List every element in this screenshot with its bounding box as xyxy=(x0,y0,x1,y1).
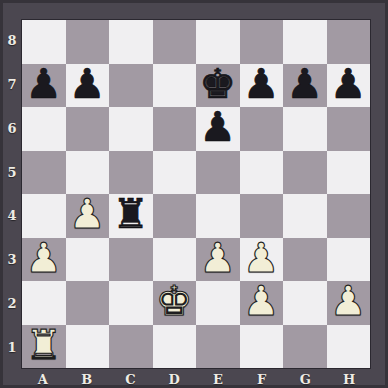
square-h2[interactable]: ♟ xyxy=(327,281,371,325)
square-g6[interactable] xyxy=(283,107,327,151)
square-g1[interactable] xyxy=(283,325,327,369)
file-label-d: D xyxy=(168,372,179,387)
square-c5[interactable] xyxy=(109,151,153,195)
square-g3[interactable] xyxy=(283,238,327,282)
file-labels: ABCDEFGH xyxy=(21,369,371,388)
square-b2[interactable] xyxy=(66,281,110,325)
piece-black-pawn-f7[interactable]: ♟ xyxy=(243,64,280,105)
square-h4[interactable] xyxy=(327,194,371,238)
square-c4[interactable]: ♜ xyxy=(109,194,153,238)
square-g2[interactable] xyxy=(283,281,327,325)
square-f6[interactable] xyxy=(240,107,284,151)
piece-white-rook-a1[interactable]: ♜ xyxy=(25,325,62,366)
piece-white-pawn-f2[interactable]: ♟ xyxy=(243,281,280,322)
square-d1[interactable] xyxy=(153,325,197,369)
square-e8[interactable] xyxy=(196,20,240,64)
rank-label-8: 8 xyxy=(7,33,16,48)
square-h6[interactable] xyxy=(327,107,371,151)
square-h1[interactable] xyxy=(327,325,371,369)
rank-label-3: 3 xyxy=(7,252,16,267)
piece-black-king-e7[interactable]: ♚ xyxy=(199,64,236,105)
square-b4[interactable]: ♟ xyxy=(66,194,110,238)
piece-white-pawn-f3[interactable]: ♟ xyxy=(243,238,280,279)
square-f2[interactable]: ♟ xyxy=(240,281,284,325)
square-a5[interactable] xyxy=(22,151,66,195)
piece-white-pawn-b4[interactable]: ♟ xyxy=(69,194,106,235)
square-c6[interactable] xyxy=(109,107,153,151)
square-f5[interactable] xyxy=(240,151,284,195)
square-e7[interactable]: ♚ xyxy=(196,64,240,108)
square-a8[interactable] xyxy=(22,20,66,64)
square-b1[interactable] xyxy=(66,325,110,369)
square-f4[interactable] xyxy=(240,194,284,238)
square-e1[interactable] xyxy=(196,325,240,369)
piece-black-pawn-a7[interactable]: ♟ xyxy=(25,64,62,105)
square-c8[interactable] xyxy=(109,20,153,64)
square-h8[interactable] xyxy=(327,20,371,64)
square-g4[interactable] xyxy=(283,194,327,238)
square-a1[interactable]: ♜ xyxy=(22,325,66,369)
piece-white-pawn-h2[interactable]: ♟ xyxy=(330,281,367,322)
piece-black-pawn-e6[interactable]: ♟ xyxy=(199,107,236,148)
rank-label-2: 2 xyxy=(7,296,16,311)
square-a6[interactable] xyxy=(22,107,66,151)
piece-white-king-d2[interactable]: ♚ xyxy=(156,281,193,322)
square-a2[interactable] xyxy=(22,281,66,325)
square-h5[interactable] xyxy=(327,151,371,195)
square-b8[interactable] xyxy=(66,20,110,64)
square-e6[interactable]: ♟ xyxy=(196,107,240,151)
square-a7[interactable]: ♟ xyxy=(22,64,66,108)
square-c7[interactable] xyxy=(109,64,153,108)
file-label-c: C xyxy=(125,372,135,387)
square-d3[interactable] xyxy=(153,238,197,282)
square-f1[interactable] xyxy=(240,325,284,369)
file-label-g: G xyxy=(300,372,311,387)
square-f8[interactable] xyxy=(240,20,284,64)
piece-white-pawn-a3[interactable]: ♟ xyxy=(25,238,62,279)
rank-label-6: 6 xyxy=(7,121,16,136)
square-e4[interactable] xyxy=(196,194,240,238)
square-c1[interactable] xyxy=(109,325,153,369)
square-a3[interactable]: ♟ xyxy=(22,238,66,282)
square-b5[interactable] xyxy=(66,151,110,195)
piece-black-rook-c4[interactable]: ♜ xyxy=(112,194,149,235)
square-d4[interactable] xyxy=(153,194,197,238)
rank-label-1: 1 xyxy=(7,340,16,355)
square-c3[interactable] xyxy=(109,238,153,282)
rank-label-4: 4 xyxy=(7,208,16,223)
square-g7[interactable]: ♟ xyxy=(283,64,327,108)
square-b3[interactable] xyxy=(66,238,110,282)
square-d5[interactable] xyxy=(153,151,197,195)
file-label-h: H xyxy=(343,372,355,387)
piece-black-pawn-h7[interactable]: ♟ xyxy=(330,64,367,105)
square-e5[interactable] xyxy=(196,151,240,195)
file-label-a: A xyxy=(38,372,48,387)
square-h3[interactable] xyxy=(327,238,371,282)
board-margin: 87654321 ABCDEFGH ♟♟♚♟♟♟♟♟♜♟♟♟♚♟♟♜ xyxy=(0,0,388,388)
square-d7[interactable] xyxy=(153,64,197,108)
square-g5[interactable] xyxy=(283,151,327,195)
piece-black-pawn-b7[interactable]: ♟ xyxy=(69,64,106,105)
square-h7[interactable]: ♟ xyxy=(327,64,371,108)
square-d8[interactable] xyxy=(153,20,197,64)
square-b7[interactable]: ♟ xyxy=(66,64,110,108)
square-e2[interactable] xyxy=(196,281,240,325)
square-d2[interactable]: ♚ xyxy=(153,281,197,325)
rank-label-7: 7 xyxy=(7,77,16,92)
file-label-f: F xyxy=(257,372,266,387)
piece-black-pawn-g7[interactable]: ♟ xyxy=(286,64,323,105)
piece-white-pawn-e3[interactable]: ♟ xyxy=(199,238,236,279)
square-g8[interactable] xyxy=(283,20,327,64)
square-b6[interactable] xyxy=(66,107,110,151)
rank-label-5: 5 xyxy=(7,165,16,180)
square-f7[interactable]: ♟ xyxy=(240,64,284,108)
square-a4[interactable] xyxy=(22,194,66,238)
file-label-e: E xyxy=(213,372,223,387)
square-c2[interactable] xyxy=(109,281,153,325)
rank-labels: 87654321 xyxy=(3,19,21,369)
square-d6[interactable] xyxy=(153,107,197,151)
square-e3[interactable]: ♟ xyxy=(196,238,240,282)
square-f3[interactable]: ♟ xyxy=(240,238,284,282)
file-label-b: B xyxy=(81,372,92,387)
chess-board[interactable]: ♟♟♚♟♟♟♟♟♜♟♟♟♚♟♟♜ xyxy=(21,19,371,369)
